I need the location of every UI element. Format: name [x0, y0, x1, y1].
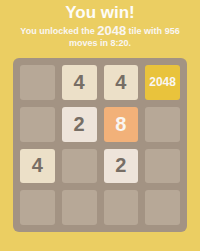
win-subtitle: You unlocked the 2048 tile with 956 move… [4, 25, 196, 49]
empty-cell [62, 149, 97, 184]
empty-cell [20, 190, 55, 225]
subtitle-middle: tile with [126, 26, 165, 36]
subtitle-tile-value: 2048 [97, 23, 126, 38]
win-title: You win! [0, 0, 200, 22]
empty-cell [20, 107, 55, 142]
tile-2: 2 [62, 107, 97, 142]
empty-cell [104, 190, 139, 225]
empty-cell [62, 190, 97, 225]
subtitle-moves-count: 956 [165, 26, 180, 36]
empty-cell [145, 149, 180, 184]
board: 4420482842 [13, 58, 187, 232]
win-message: You win! You unlocked the 2048 tile with… [0, 0, 200, 49]
tile-4: 4 [104, 65, 139, 100]
empty-cell [145, 107, 180, 142]
tile-8: 8 [104, 107, 139, 142]
empty-cell [145, 190, 180, 225]
tile-2: 2 [104, 149, 139, 184]
subtitle-prefix: You unlocked the [20, 26, 97, 36]
empty-cell [20, 65, 55, 100]
tile-4: 4 [20, 149, 55, 184]
subtitle-line2: moves in 8:20. [69, 38, 131, 48]
tile-2048: 2048 [145, 65, 180, 100]
tile-4: 4 [62, 65, 97, 100]
win-screen: You win! You unlocked the 2048 tile with… [0, 0, 200, 251]
